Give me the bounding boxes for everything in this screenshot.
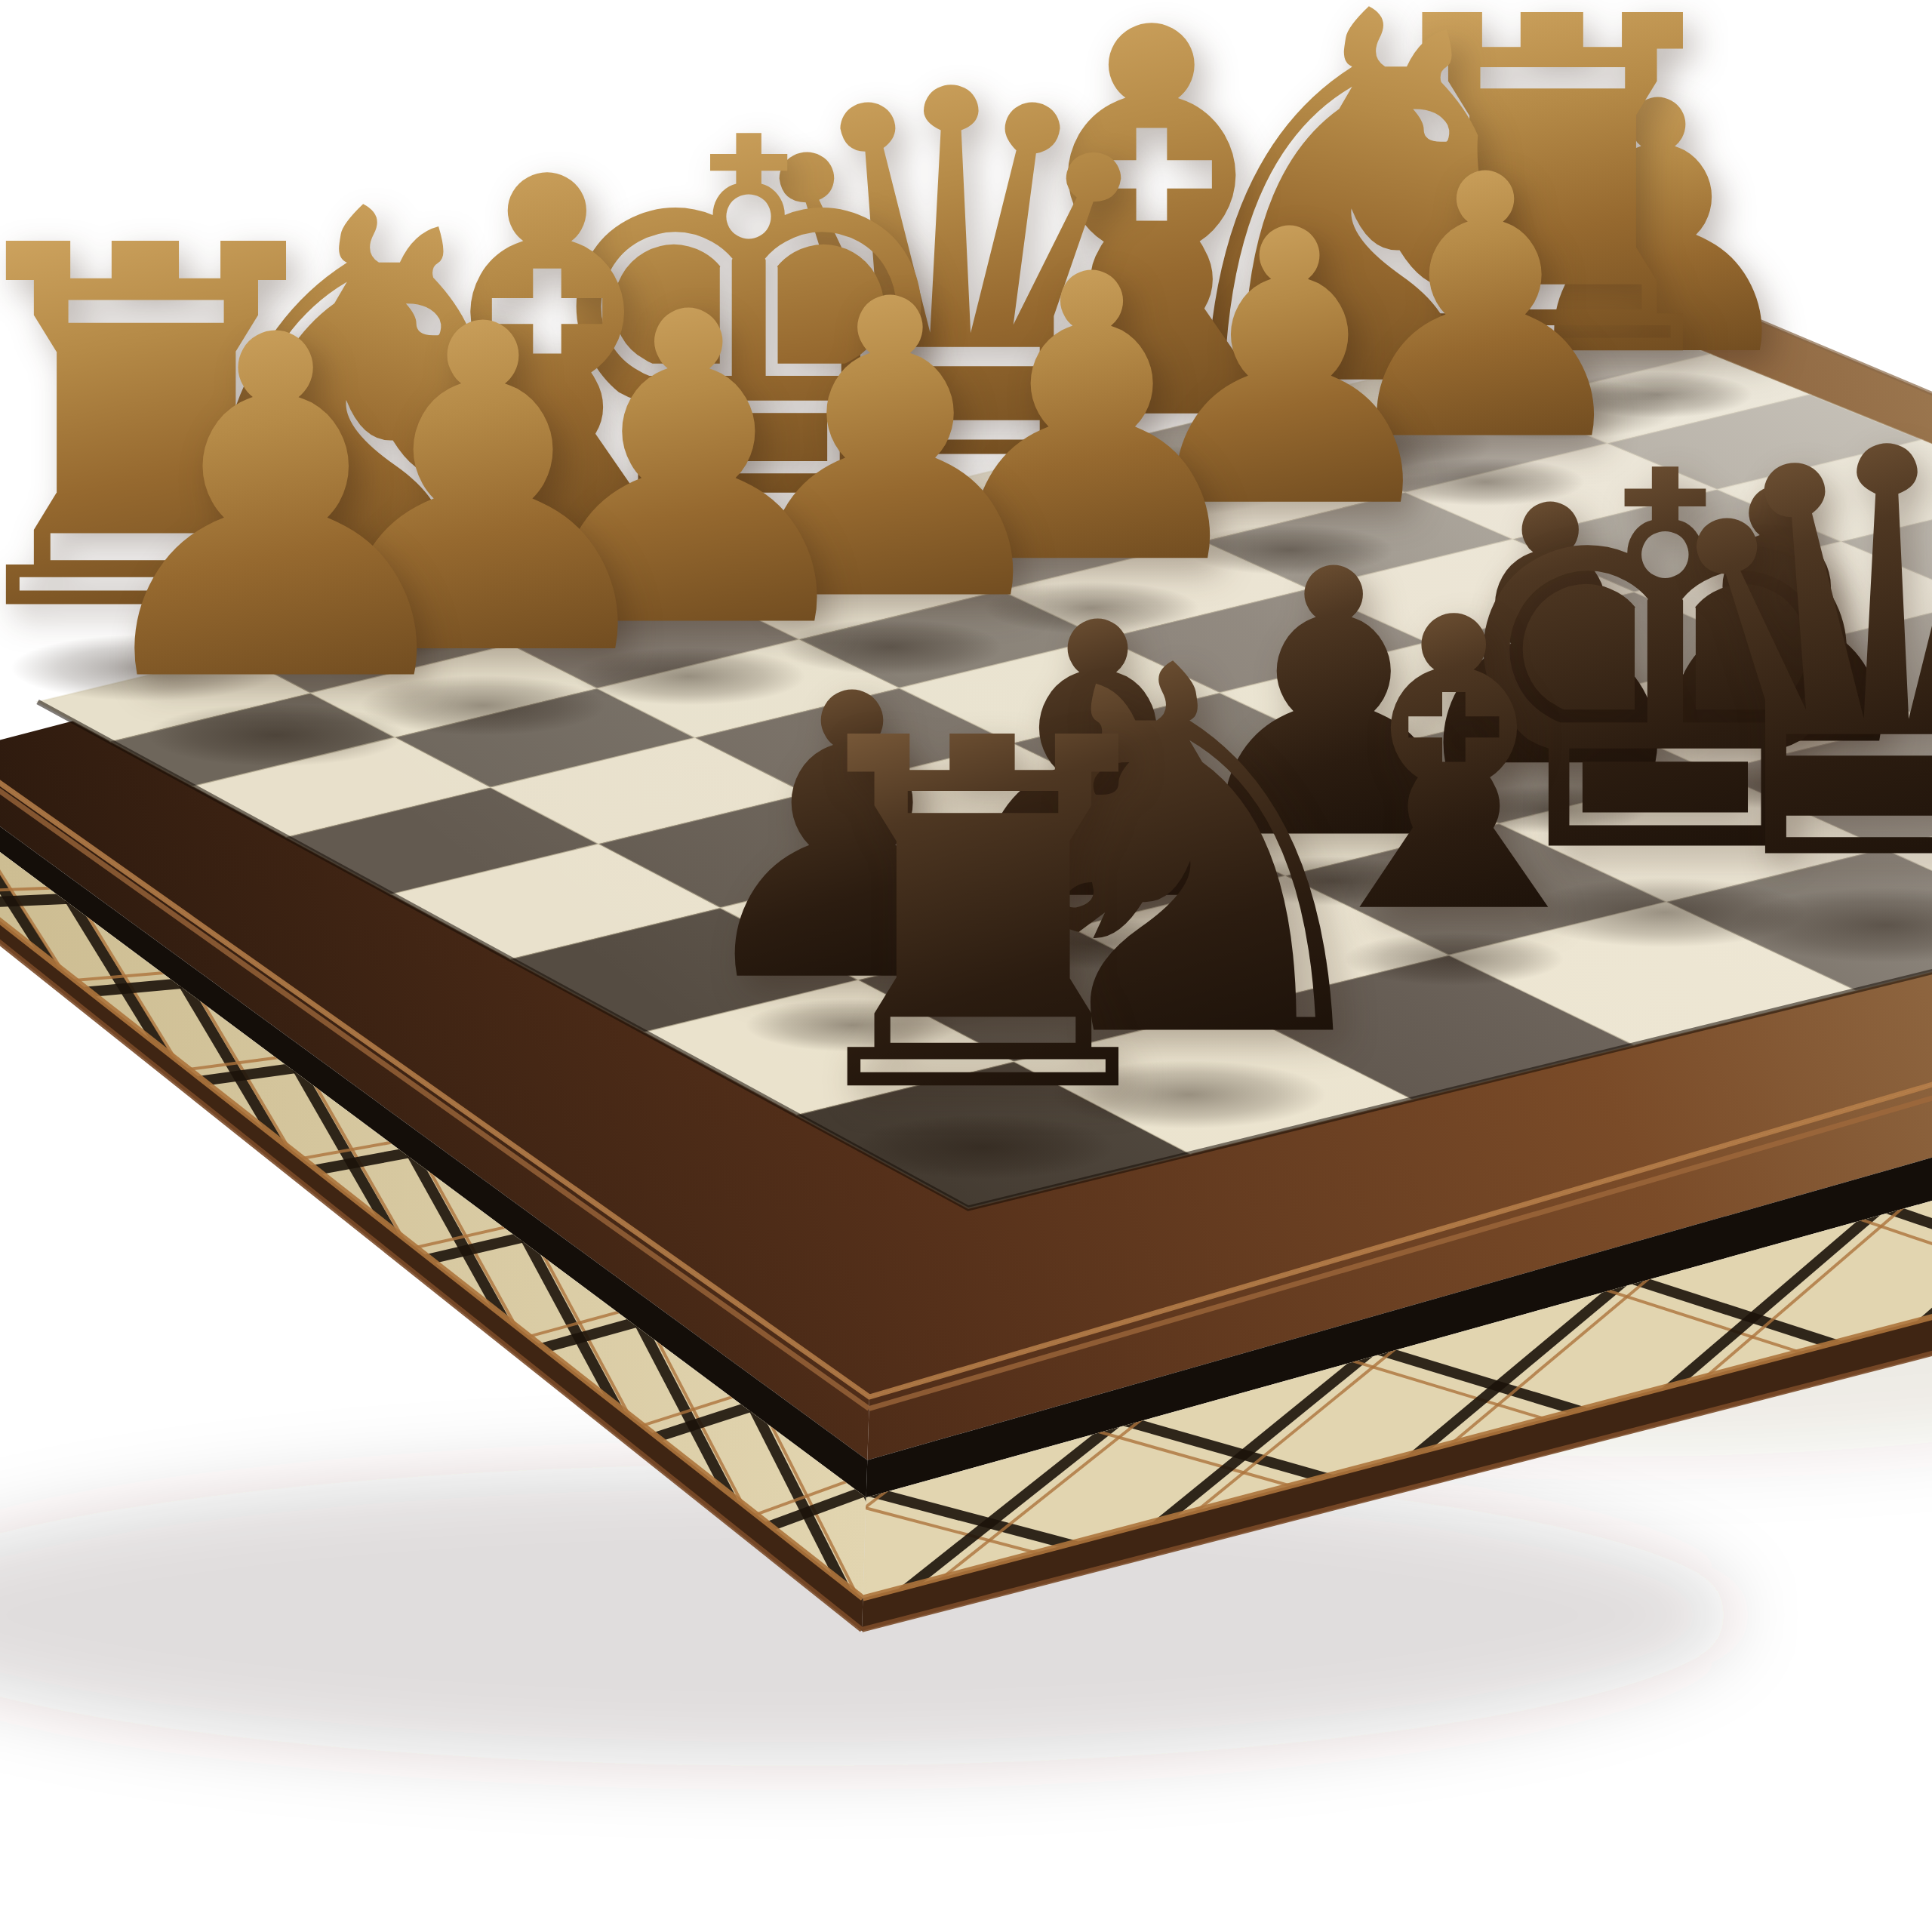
product-photo-stage: ♟♜♞♟♝♛♟♚♝♟♞♟♜♟♟♟♟♟♟♚♛♟♝♟♞♜ chess — [0, 0, 1932, 1932]
chess-board — [0, 0, 1932, 1932]
